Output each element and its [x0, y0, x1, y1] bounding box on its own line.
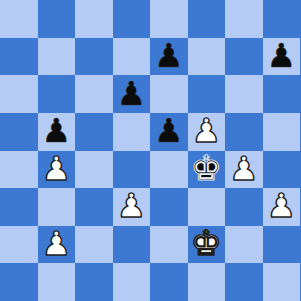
square-f6[interactable]: [188, 75, 226, 113]
square-f3[interactable]: [188, 188, 226, 226]
square-c1[interactable]: [75, 263, 113, 301]
piece-black-pawn[interactable]: ♟: [116, 77, 146, 110]
chess-board: ♟♟♟♟♟♟♟♚♟♟♟♟♚: [0, 0, 300, 301]
square-d2[interactable]: [113, 226, 151, 264]
square-b2[interactable]: ♟: [38, 226, 76, 264]
square-e1[interactable]: [150, 263, 188, 301]
square-b7[interactable]: [38, 38, 76, 76]
square-h1[interactable]: [263, 263, 301, 301]
square-a4[interactable]: [0, 151, 38, 189]
square-d1[interactable]: [113, 263, 151, 301]
piece-white-pawn[interactable]: ♟: [191, 114, 221, 147]
square-b3[interactable]: [38, 188, 76, 226]
piece-white-pawn[interactable]: ♟: [41, 227, 71, 260]
square-c5[interactable]: [75, 113, 113, 151]
piece-white-pawn[interactable]: ♟: [41, 152, 71, 185]
square-g1[interactable]: [225, 263, 263, 301]
piece-white-pawn[interactable]: ♟: [229, 152, 259, 185]
piece-white-king[interactable]: ♚: [191, 226, 222, 261]
square-h8[interactable]: [263, 0, 301, 38]
square-a7[interactable]: [0, 38, 38, 76]
square-f7[interactable]: [188, 38, 226, 76]
square-h6[interactable]: [263, 75, 301, 113]
square-h7[interactable]: ♟: [263, 38, 301, 76]
square-e2[interactable]: [150, 226, 188, 264]
square-h2[interactable]: [263, 226, 301, 264]
square-g4[interactable]: ♟: [225, 151, 263, 189]
square-e6[interactable]: [150, 75, 188, 113]
square-g7[interactable]: [225, 38, 263, 76]
square-e8[interactable]: [150, 0, 188, 38]
square-b4[interactable]: ♟: [38, 151, 76, 189]
square-g6[interactable]: [225, 75, 263, 113]
square-e3[interactable]: [150, 188, 188, 226]
square-f8[interactable]: [188, 0, 226, 38]
square-d6[interactable]: ♟: [113, 75, 151, 113]
square-d8[interactable]: [113, 0, 151, 38]
piece-white-pawn[interactable]: ♟: [116, 189, 146, 222]
piece-black-pawn[interactable]: ♟: [41, 114, 71, 147]
square-b1[interactable]: [38, 263, 76, 301]
square-g2[interactable]: [225, 226, 263, 264]
square-a1[interactable]: [0, 263, 38, 301]
square-a6[interactable]: [0, 75, 38, 113]
square-c3[interactable]: [75, 188, 113, 226]
square-f5[interactable]: ♟: [188, 113, 226, 151]
square-c2[interactable]: [75, 226, 113, 264]
square-h5[interactable]: [263, 113, 301, 151]
square-b5[interactable]: ♟: [38, 113, 76, 151]
square-c4[interactable]: [75, 151, 113, 189]
piece-white-pawn[interactable]: ♟: [266, 189, 296, 222]
square-f4[interactable]: ♚: [188, 151, 226, 189]
square-e4[interactable]: [150, 151, 188, 189]
square-f1[interactable]: [188, 263, 226, 301]
square-a8[interactable]: [0, 0, 38, 38]
square-d4[interactable]: [113, 151, 151, 189]
square-d3[interactable]: ♟: [113, 188, 151, 226]
piece-black-pawn[interactable]: ♟: [154, 39, 184, 72]
square-g3[interactable]: [225, 188, 263, 226]
square-c7[interactable]: [75, 38, 113, 76]
square-d5[interactable]: [113, 113, 151, 151]
square-a3[interactable]: [0, 188, 38, 226]
piece-black-pawn[interactable]: ♟: [154, 114, 184, 147]
square-a2[interactable]: [0, 226, 38, 264]
square-g5[interactable]: [225, 113, 263, 151]
square-d7[interactable]: [113, 38, 151, 76]
square-h3[interactable]: ♟: [263, 188, 301, 226]
square-e7[interactable]: ♟: [150, 38, 188, 76]
square-a5[interactable]: [0, 113, 38, 151]
square-h4[interactable]: [263, 151, 301, 189]
square-e5[interactable]: ♟: [150, 113, 188, 151]
square-g8[interactable]: [225, 0, 263, 38]
square-c8[interactable]: [75, 0, 113, 38]
square-c6[interactable]: [75, 75, 113, 113]
square-f2[interactable]: ♚: [188, 226, 226, 264]
square-b8[interactable]: [38, 0, 76, 38]
piece-black-king[interactable]: ♚: [191, 151, 222, 186]
piece-black-pawn[interactable]: ♟: [266, 39, 296, 72]
square-b6[interactable]: [38, 75, 76, 113]
